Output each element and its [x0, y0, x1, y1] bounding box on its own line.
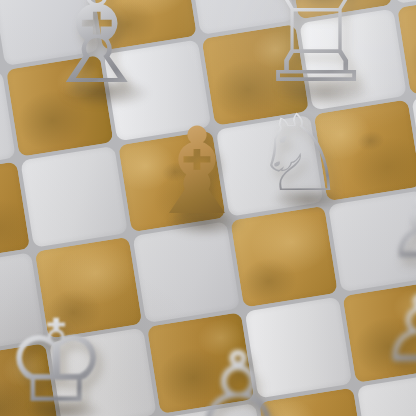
chessboard-photo: ♗♖♘♝♔♙♙♙ [0, 0, 416, 416]
piece-silver-knight[interactable]: ♘ [247, 101, 353, 207]
piece-brass-bishop[interactable]: ♝ [137, 112, 257, 232]
board-square[interactable] [20, 146, 128, 248]
piece-silver-rook[interactable]: ♖ [245, 0, 387, 103]
piece-silver-pawn-foreground[interactable]: ♙ [183, 337, 293, 416]
piece-silver-pawn-right-lower[interactable]: ♙ [374, 284, 416, 376]
piece-silver-pawn-right-upper[interactable]: ♙ [382, 186, 416, 270]
piece-silver-bishop-top[interactable]: ♗ [31, 0, 163, 102]
piece-silver-king[interactable]: ♔ [0, 305, 113, 416]
